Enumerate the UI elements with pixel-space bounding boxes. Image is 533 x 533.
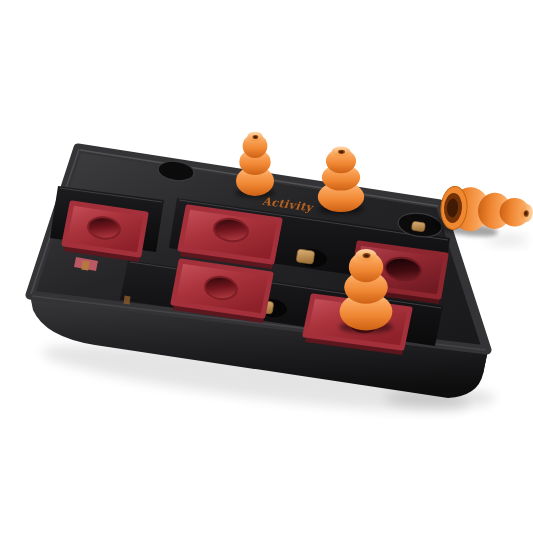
treat-track1 (296, 249, 315, 264)
cone-standing-2[interactable] (318, 146, 364, 212)
dog-puzzle-board-scene: Activity (0, 0, 533, 533)
treat-in-hole (411, 221, 425, 232)
cone-lying-shadow-ground (485, 235, 529, 245)
product-photo-stage: Activity (0, 0, 533, 533)
cone-standing-1[interactable] (236, 132, 274, 196)
slider-clip (123, 296, 130, 305)
slider-clip (81, 261, 89, 271)
